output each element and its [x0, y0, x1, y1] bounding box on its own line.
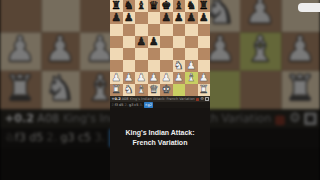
bg-square-h1: ♜	[280, 71, 320, 109]
square-a4[interactable]	[110, 48, 123, 60]
board-icon[interactable]	[205, 97, 208, 100]
square-f1[interactable]	[173, 84, 186, 96]
black-pawn-f7: ♟	[174, 12, 184, 24]
square-d6[interactable]	[148, 24, 161, 36]
square-h5[interactable]	[198, 36, 211, 48]
bg-eval-score: +0.2	[5, 109, 34, 128]
bg-move-token: ♘f3	[5, 128, 26, 147]
white-pawn-g3: ♟	[186, 60, 196, 72]
bg-square-b3	[40, 0, 80, 32]
square-e6[interactable]	[160, 24, 173, 36]
bg-square-g3: ♟	[240, 0, 280, 32]
black-pawn-c5: ♟	[136, 36, 146, 48]
bg-white-pawn-a2: ♟	[4, 32, 36, 70]
square-h3[interactable]	[198, 60, 211, 72]
bg-white-pawn-b2: ♟	[44, 32, 76, 70]
bg-square-g2: ♝	[240, 32, 280, 70]
bg-book-icon	[274, 114, 286, 124]
square-f3[interactable]: ♞	[173, 60, 186, 72]
bg-square-b2: ♟	[40, 32, 80, 70]
square-f5[interactable]	[173, 36, 186, 48]
move-token[interactable]: ♗g2	[144, 102, 153, 108]
square-c6[interactable]	[135, 24, 148, 36]
square-g3[interactable]: ♟	[185, 60, 198, 72]
white-bishop-g2: ♝	[186, 72, 196, 84]
video-caption: King's Indian Attack: French Variation	[110, 128, 210, 147]
square-e4[interactable]	[160, 48, 173, 60]
bg-white-rook-h1: ♜	[284, 71, 316, 109]
bg-white-rook-a1: ♜	[4, 71, 36, 109]
bg-square-a2: ♟	[0, 32, 40, 70]
white-pawn-a2: ♟	[111, 72, 121, 84]
black-knight-g8: ♞	[186, 0, 196, 12]
bg-white-pawn-h2: ♟	[284, 32, 316, 70]
square-g7[interactable]: ♟	[185, 12, 198, 24]
square-g1[interactable]	[185, 84, 198, 96]
square-d8[interactable]: ♛	[148, 0, 161, 12]
bg-square-b1: ♞	[40, 71, 80, 109]
square-d1[interactable]: ♛	[148, 84, 161, 96]
gear-icon[interactable]: ⚙	[200, 97, 204, 101]
square-c8[interactable]: ♝	[135, 0, 148, 12]
black-pawn-h7: ♟	[199, 12, 209, 24]
black-pawn-e7: ♟	[161, 12, 171, 24]
square-g6[interactable]	[185, 24, 198, 36]
bg-square-h2: ♟	[280, 32, 320, 70]
white-knight-b1: ♞	[124, 84, 134, 96]
shorts-stage: ♜♞♝♛♚♝♞♜♟♟♟♟♟♟♟♟♞♟♟♟♟♟♟♟♝♟♜♞♝♛♚♜ +0.2 A0…	[0, 0, 320, 180]
black-pawn-d5: ♟	[149, 36, 159, 48]
black-knight-b8: ♞	[124, 0, 134, 12]
square-h8[interactable]: ♜	[198, 0, 211, 12]
white-pawn-h2: ♟	[199, 72, 209, 84]
square-b4[interactable]	[123, 48, 136, 60]
white-pawn-e2: ♟	[161, 72, 171, 84]
square-c4[interactable]	[135, 48, 148, 60]
square-e7[interactable]: ♟	[160, 12, 173, 24]
bg-move-number: 2.	[47, 128, 58, 147]
bg-white-pawn-g3: ♟	[244, 0, 276, 32]
white-pawn-c2: ♟	[136, 72, 146, 84]
caption-line1: King's Indian Attack:	[110, 128, 210, 138]
square-c7[interactable]	[135, 12, 148, 24]
black-bishop-f8: ♝	[174, 0, 184, 12]
white-pawn-b2: ♟	[124, 72, 134, 84]
white-queen-d1: ♛	[149, 84, 159, 96]
black-rook-a8: ♜	[111, 0, 121, 12]
square-g2[interactable]: ♝	[185, 72, 198, 84]
move-token[interactable]: d5	[119, 102, 123, 108]
book-icon[interactable]	[196, 98, 200, 101]
square-f8[interactable]: ♝	[173, 0, 186, 12]
black-pawn-g7: ♟	[186, 12, 196, 24]
bg-eco-code: A08	[37, 109, 59, 128]
bg-board-icon	[304, 113, 315, 124]
square-c3[interactable]	[135, 60, 148, 72]
square-c5[interactable]: ♟	[135, 36, 148, 48]
black-king-e8: ♚	[161, 0, 171, 12]
black-pawn-a7: ♟	[111, 12, 121, 24]
bg-move-number: 3.	[94, 128, 105, 147]
square-h7[interactable]: ♟	[198, 12, 211, 24]
square-e8[interactable]: ♚	[160, 0, 173, 12]
square-a1[interactable]: ♜	[110, 84, 123, 96]
square-g5[interactable]	[185, 36, 198, 48]
square-a2[interactable]: ♟	[110, 72, 123, 84]
square-b1[interactable]: ♞	[123, 84, 136, 96]
white-pawn-d2: ♟	[149, 72, 159, 84]
move-token[interactable]: ♘f3	[112, 102, 119, 108]
square-f4[interactable]	[173, 48, 186, 60]
white-king-e1: ♚	[161, 84, 171, 96]
bg-square-a1: ♜	[0, 71, 40, 109]
square-a8[interactable]: ♜	[110, 0, 123, 12]
black-rook-h8: ♜	[199, 0, 209, 12]
square-f2[interactable]: ♟	[173, 72, 186, 84]
black-pawn-b7: ♟	[124, 12, 134, 24]
white-rook-h1: ♜	[199, 84, 209, 96]
square-d2[interactable]: ♟	[148, 72, 161, 84]
square-b5[interactable]	[123, 36, 136, 48]
bg-square-g1	[240, 71, 280, 109]
move-token[interactable]: g3	[129, 102, 133, 108]
square-a6[interactable]	[110, 24, 123, 36]
square-g8[interactable]: ♞	[185, 0, 198, 12]
square-a5[interactable]	[110, 36, 123, 48]
top-right-overlay-pill[interactable]	[298, 3, 320, 12]
chess-board[interactable]: ♜♞♝♛♚♝♞♜♟♟♟♟♟♟♟♟♞♟♟♟♟♟♟♟♝♟♜♞♝♛♚♜	[110, 0, 210, 96]
square-b2[interactable]: ♟	[123, 72, 136, 84]
bg-white-knight-b1: ♞	[44, 71, 76, 109]
square-e3[interactable]	[160, 60, 173, 72]
square-f6[interactable]	[173, 24, 186, 36]
square-d4[interactable]	[148, 48, 161, 60]
white-pawn-f2: ♟	[174, 72, 184, 84]
move-list[interactable]: ♘f3d52.g3c53.♗g2	[110, 102, 210, 108]
square-g4[interactable]	[185, 48, 198, 60]
move-number: 3.	[140, 102, 143, 108]
move-token[interactable]: c5	[134, 102, 138, 108]
square-d5[interactable]: ♟	[148, 36, 161, 48]
white-bishop-c1: ♝	[136, 84, 146, 96]
square-b8[interactable]: ♞	[123, 0, 136, 12]
short-video[interactable]: ♜♞♝♛♚♝♞♜♟♟♟♟♟♟♟♟♞♟♟♟♟♟♟♟♝♟♜♞♝♛♚♜ +0.2 A0…	[110, 0, 210, 180]
square-e2[interactable]: ♟	[160, 72, 173, 84]
square-h2[interactable]: ♟	[198, 72, 211, 84]
square-b7[interactable]: ♟	[123, 12, 136, 24]
bg-move-token: d5	[29, 128, 43, 147]
square-a3[interactable]	[110, 60, 123, 72]
square-h1[interactable]: ♜	[198, 84, 211, 96]
bg-gear-icon: ⚙	[289, 112, 301, 125]
square-h6[interactable]	[198, 24, 211, 36]
black-bishop-c8: ♝	[136, 0, 146, 12]
square-c2[interactable]: ♟	[135, 72, 148, 84]
black-queen-d8: ♛	[149, 0, 159, 12]
bg-white-bishop-g2: ♝	[244, 32, 276, 70]
square-a7[interactable]: ♟	[110, 12, 123, 24]
bg-move-token: c5	[78, 128, 91, 147]
move-number: 2.	[125, 102, 128, 108]
square-c1[interactable]: ♝	[135, 84, 148, 96]
square-b6[interactable]	[123, 24, 136, 36]
square-h4[interactable]	[198, 48, 211, 60]
square-b3[interactable]	[123, 60, 136, 72]
bg-square-a3	[0, 0, 40, 32]
white-rook-a1: ♜	[111, 84, 121, 96]
caption-line2: French Variation	[110, 138, 210, 148]
square-e5[interactable]	[160, 36, 173, 48]
white-knight-f3: ♞	[174, 60, 184, 72]
square-e1[interactable]: ♚	[160, 84, 173, 96]
square-d3[interactable]	[148, 60, 161, 72]
bg-move-token: g3	[61, 128, 75, 147]
square-d7[interactable]	[148, 12, 161, 24]
square-f7[interactable]: ♟	[173, 12, 186, 24]
